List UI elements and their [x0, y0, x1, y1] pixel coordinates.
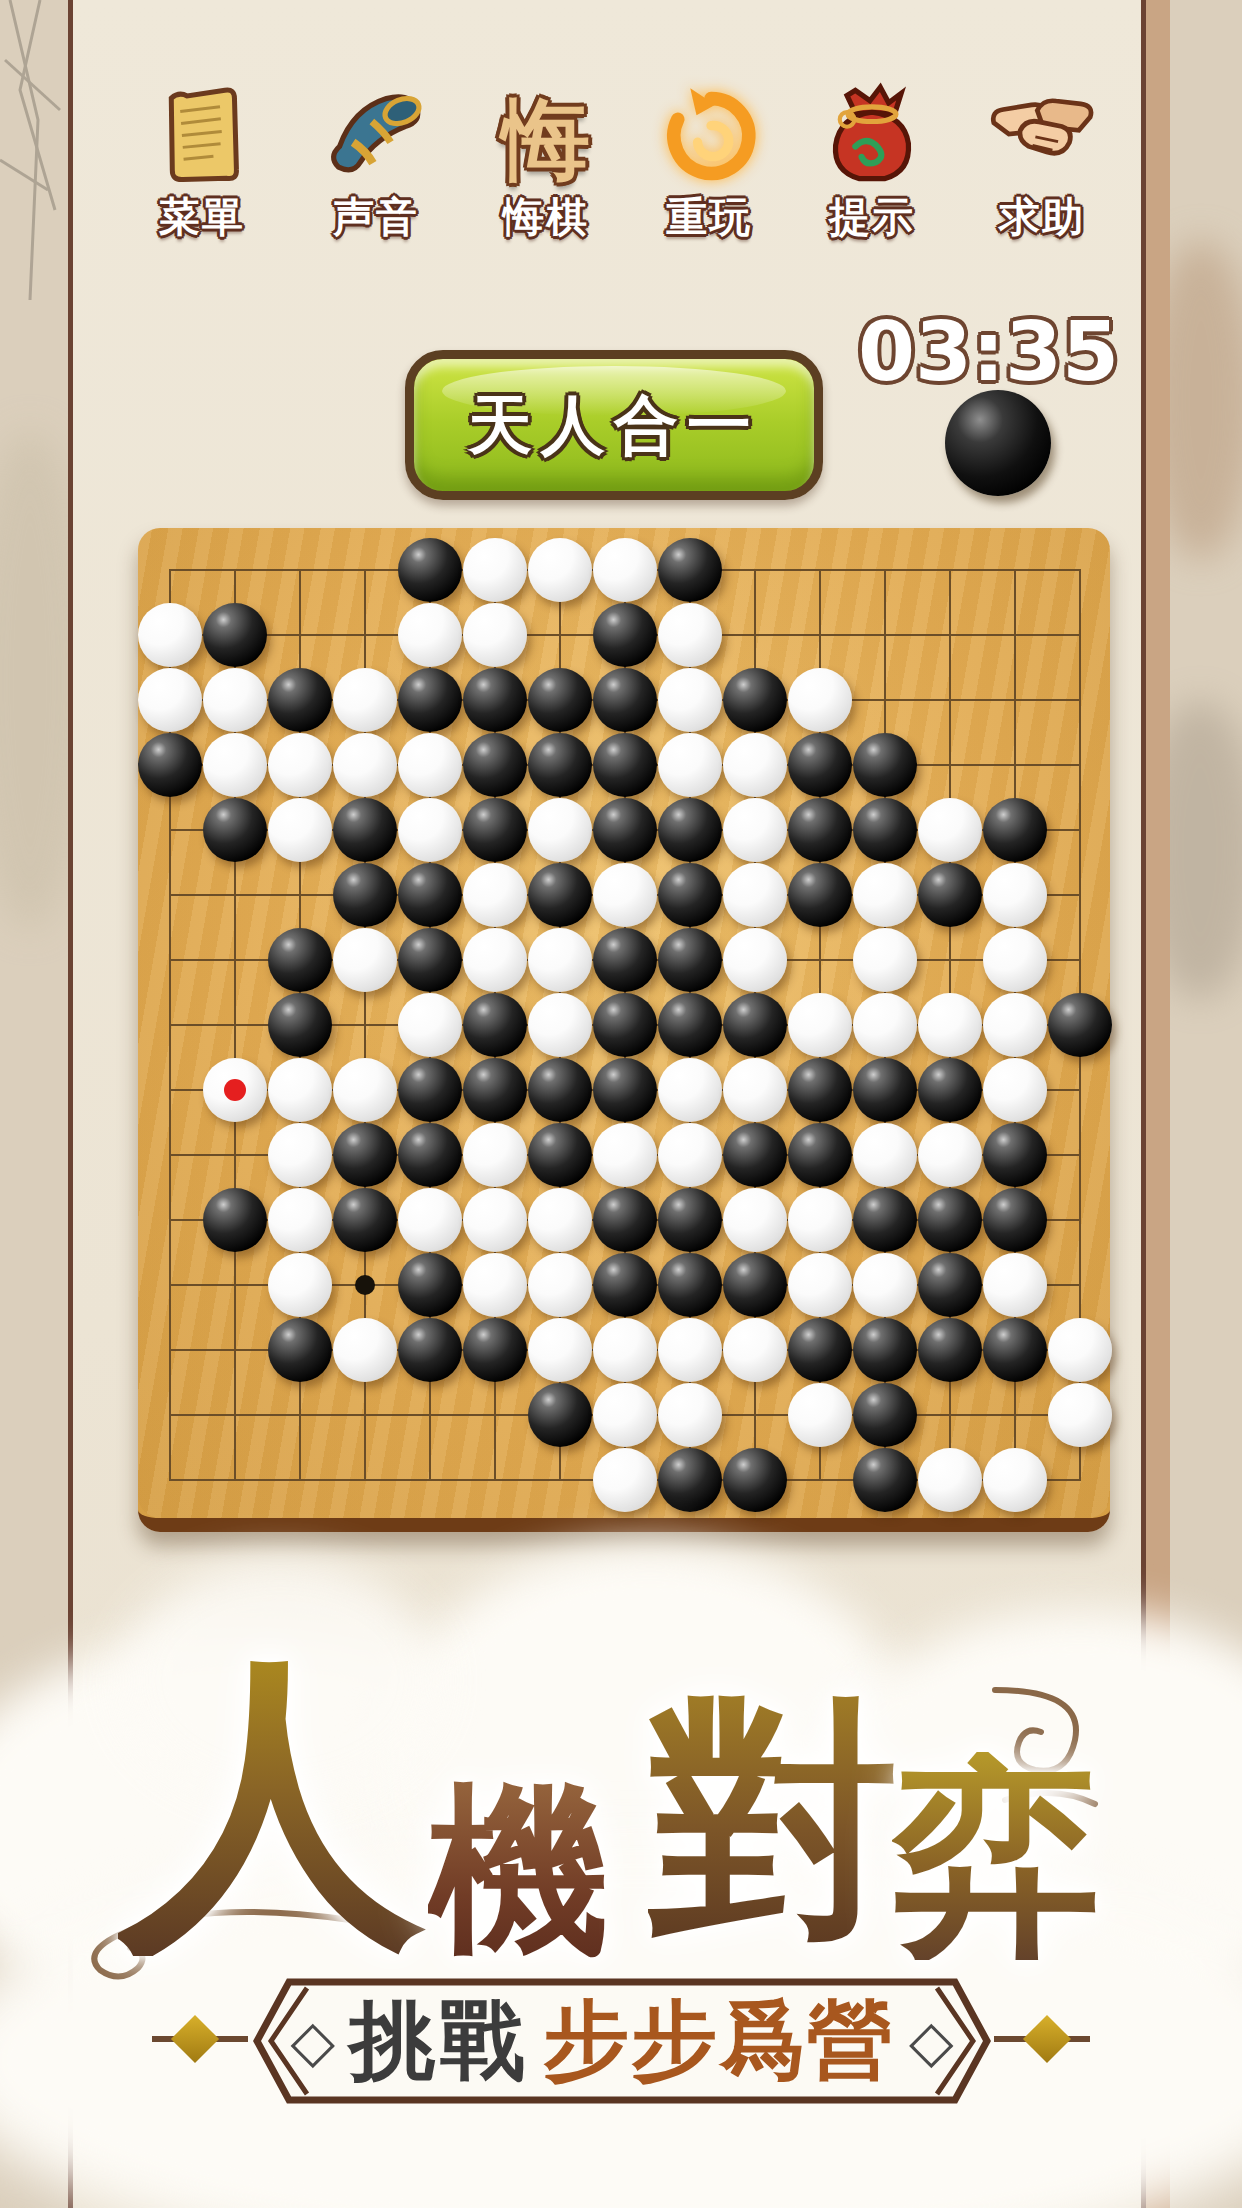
horn-icon [324, 76, 428, 188]
red-bag-icon [820, 76, 924, 188]
toolbar-item-help[interactable]: 求助 [957, 76, 1127, 254]
mode-button[interactable]: 天人合一 [405, 350, 823, 500]
hui-character-icon: 悔 [494, 76, 598, 188]
handshake-icon [990, 76, 1094, 188]
toolbar-label: 求助 [957, 190, 1127, 245]
turn-indicator-black-stone [945, 390, 1051, 496]
toolbar-item-hint[interactable]: 提示 [787, 76, 957, 254]
board-grid[interactable] [169, 569, 1081, 1481]
toolbar-item-sound[interactable]: 声音 [291, 76, 461, 254]
fire-swirl-icon [657, 76, 761, 188]
toolbar-label: 重玩 [624, 190, 794, 245]
toolbar-item-undo[interactable]: 悔 悔棋 [461, 76, 631, 254]
mode-button-label: 天人合一 [468, 382, 760, 469]
banner-text-dark: 挑戰 [349, 1983, 529, 2100]
toolbar-item-menu[interactable]: 菜單 [117, 76, 287, 254]
diamond-ornament: ◇ [290, 2007, 335, 2075]
toolbar-item-replay[interactable]: 重玩 [624, 76, 794, 254]
title-char-ji: 機 [428, 1778, 610, 1960]
go-board[interactable] [138, 528, 1110, 1532]
title-char-dui: 對 [648, 1692, 900, 1944]
toolbar-label: 提示 [787, 190, 957, 245]
banner-text-accent: 步步爲營 [543, 1983, 895, 2100]
title-char-yi: 弈 [892, 1752, 1100, 1960]
toolbar-label: 声音 [291, 190, 461, 245]
bamboo-painting [0, 0, 70, 340]
diamond-ornament: ◇ [909, 2007, 954, 2075]
slogan-banner: ◇ 挑戰 步步爲營 ◇ [253, 1978, 991, 2104]
scroll-icon [150, 76, 254, 188]
toolbar-label: 菜單 [117, 190, 287, 245]
app-screen: 菜單 声音 悔 悔棋 重玩 [0, 0, 1242, 2208]
move-timer: 03:35 [858, 304, 1108, 399]
title-char-ren: 人 [118, 1648, 426, 1956]
toolbar-label: 悔棋 [461, 190, 631, 245]
